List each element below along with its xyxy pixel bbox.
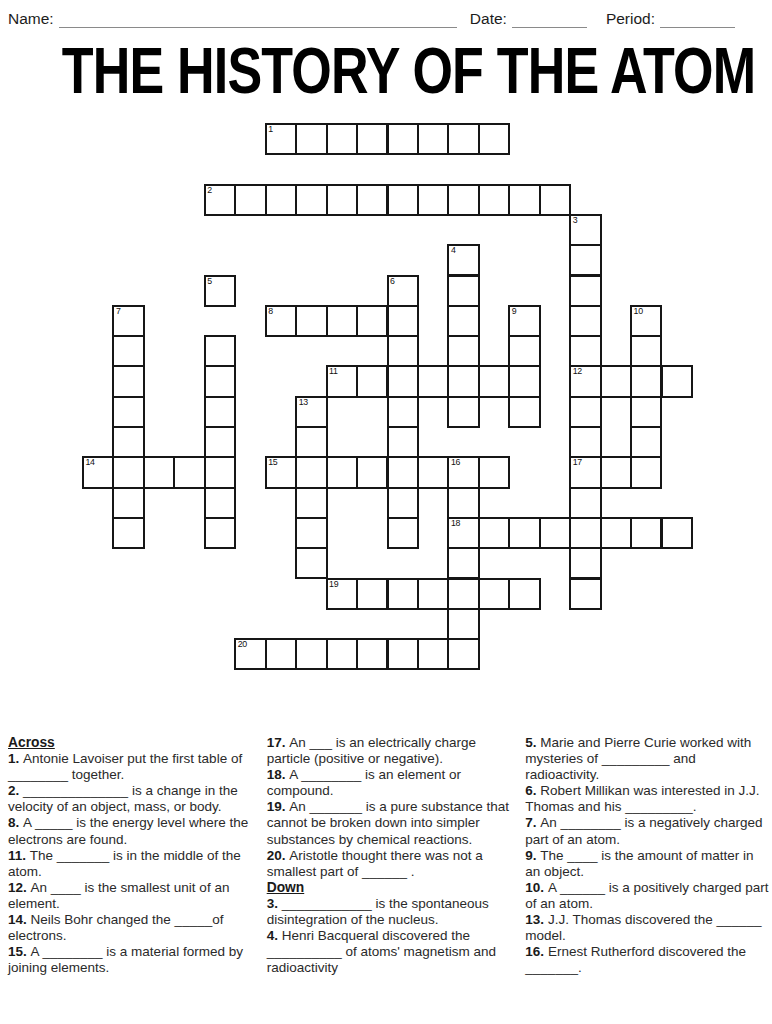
grid-cell-r13-c19[interactable] <box>661 517 693 549</box>
grid-cell-r13-c4[interactable] <box>204 517 236 549</box>
grid-cell-r13-c16[interactable] <box>569 517 601 549</box>
grid-cell-r9-c18[interactable] <box>630 396 662 428</box>
grid-cell-r0-c7[interactable] <box>295 123 327 155</box>
clue-number-label: 4. <box>267 928 282 943</box>
cell-number-19: 19 <box>329 579 338 589</box>
clue-number-label: 14. <box>8 912 31 927</box>
clue-1: 1. Antonie Lavoiser put the first table … <box>8 751 253 783</box>
grid-cell-r2-c13[interactable] <box>478 184 510 216</box>
grid-cell-r2-c8[interactable] <box>326 184 358 216</box>
grid-cell-r12-c4[interactable] <box>204 487 236 519</box>
grid-cell-r12-c16[interactable] <box>569 487 601 519</box>
clue-9: 9. The ____ is the amount of matter in a… <box>525 848 770 880</box>
cell-number-10: 10 <box>634 306 643 316</box>
grid-cell-r8-c1[interactable] <box>112 365 144 397</box>
grid-cell-r11-c2[interactable] <box>143 456 175 488</box>
worksheet-header: Name: Date: Period: <box>8 10 735 28</box>
grid-cell-r2-c4[interactable]: 2 <box>204 184 236 216</box>
grid-cell-r14-c7[interactable] <box>295 547 327 579</box>
cell-number-9: 9 <box>512 306 517 316</box>
grid-cell-r12-c1[interactable] <box>112 487 144 519</box>
grid-cell-r8-c12[interactable] <box>447 365 479 397</box>
grid-cell-r0-c10[interactable] <box>387 123 419 155</box>
clue-number-label: 1. <box>8 751 23 766</box>
grid-cell-r0-c11[interactable] <box>417 123 449 155</box>
name-label: Name: <box>8 10 59 28</box>
grid-cell-r10-c7[interactable] <box>295 426 327 458</box>
grid-cell-r10-c10[interactable] <box>387 426 419 458</box>
grid-cell-r2-c15[interactable] <box>539 184 571 216</box>
grid-cell-r11-c1[interactable] <box>112 456 144 488</box>
grid-cell-r11-c3[interactable] <box>173 456 205 488</box>
grid-cell-r15-c13[interactable] <box>478 578 510 610</box>
grid-cell-r9-c14[interactable] <box>508 396 540 428</box>
grid-cell-r0-c6[interactable]: 1 <box>265 123 297 155</box>
grid-cell-r2-c9[interactable] <box>356 184 388 216</box>
cell-number-3: 3 <box>573 215 578 225</box>
grid-cell-r0-c8[interactable] <box>326 123 358 155</box>
grid-cell-r8-c14[interactable] <box>508 365 540 397</box>
cell-number-18: 18 <box>451 518 460 528</box>
cell-number-6: 6 <box>390 276 395 286</box>
clue-column-3: 5. Marie and Pierre Curie worked with my… <box>525 735 770 976</box>
grid-cell-r17-c8[interactable] <box>326 638 358 670</box>
grid-cell-r6-c8[interactable] <box>326 305 358 337</box>
date-label: Date: <box>470 10 512 28</box>
grid-cell-r8-c17[interactable] <box>600 365 632 397</box>
clue-number-label: 17. <box>267 735 290 750</box>
grid-cell-r13-c10[interactable] <box>387 517 419 549</box>
grid-cell-r8-c4[interactable] <box>204 365 236 397</box>
grid-cell-r0-c13[interactable] <box>478 123 510 155</box>
clue-4: 4. Henri Bacqueral discovered the ______… <box>267 928 512 976</box>
cell-number-12: 12 <box>573 366 582 376</box>
clue-lists: Across1. Antonie Lavoiser put the first … <box>8 735 770 976</box>
grid-cell-r6-c16[interactable] <box>569 305 601 337</box>
cell-number-7: 7 <box>116 306 121 316</box>
crossword-grid: 1234567891011121314151617181920 <box>82 123 691 669</box>
grid-cell-r17-c10[interactable] <box>387 638 419 670</box>
grid-cell-r5-c10[interactable]: 6 <box>387 275 419 307</box>
grid-cell-r2-c11[interactable] <box>417 184 449 216</box>
grid-cell-r13-c15[interactable] <box>539 517 571 549</box>
grid-cell-r12-c7[interactable] <box>295 487 327 519</box>
clue-number-label: 6. <box>525 783 540 798</box>
cell-number-17: 17 <box>573 457 582 467</box>
clue-3: 3. ____________ is the spontaneous disin… <box>267 896 512 928</box>
grid-cell-r8-c9[interactable] <box>356 365 388 397</box>
grid-cell-r11-c17[interactable] <box>600 456 632 488</box>
grid-cell-r11-c13[interactable] <box>478 456 510 488</box>
clue-number-label: 2. <box>8 783 23 798</box>
clue-8: 8. A _____ is the energy level where the… <box>8 815 253 847</box>
grid-cell-r14-c12[interactable] <box>447 547 479 579</box>
cell-number-15: 15 <box>268 457 277 467</box>
grid-cell-r10-c16[interactable] <box>569 426 601 458</box>
clue-column-2: 17. An ___ is an electrically charge par… <box>267 735 512 976</box>
grid-cell-r2-c6[interactable] <box>265 184 297 216</box>
period-blank-line[interactable] <box>660 10 735 28</box>
grid-cell-r12-c10[interactable] <box>387 487 419 519</box>
grid-cell-r2-c10[interactable] <box>387 184 419 216</box>
grid-cell-r7-c18[interactable] <box>630 335 662 367</box>
grid-cell-r15-c16[interactable] <box>569 578 601 610</box>
grid-cell-r11-c11[interactable] <box>417 456 449 488</box>
clue-number-label: 5. <box>525 735 540 750</box>
grid-cell-r13-c12[interactable]: 18 <box>447 517 479 549</box>
clue-number-label: 8. <box>8 815 23 830</box>
grid-cell-r8-c10[interactable] <box>387 365 419 397</box>
clue-5: 5. Marie and Pierre Curie worked with my… <box>525 735 770 783</box>
grid-cell-r11-c9[interactable] <box>356 456 388 488</box>
clue-2: 2. ______________ is a change in the vel… <box>8 783 253 815</box>
clues-section-header-down: Down <box>267 880 512 896</box>
period-label: Period: <box>606 10 660 28</box>
clue-16: 16. Ernest Rutherford discovered the ___… <box>525 944 770 976</box>
grid-cell-r6-c14[interactable]: 9 <box>508 305 540 337</box>
clue-number-label: 3. <box>267 896 282 911</box>
grid-cell-r8-c19[interactable] <box>661 365 693 397</box>
clue-number-label: 10. <box>525 880 548 895</box>
grid-cell-r13-c17[interactable] <box>600 517 632 549</box>
grid-cell-r9-c7[interactable]: 13 <box>295 396 327 428</box>
grid-cell-r7-c12[interactable] <box>447 335 479 367</box>
grid-cell-r7-c1[interactable] <box>112 335 144 367</box>
cell-number-8: 8 <box>268 306 273 316</box>
grid-cell-r11-c12[interactable]: 16 <box>447 456 479 488</box>
grid-cell-r6-c10[interactable] <box>387 305 419 337</box>
grid-cell-r15-c11[interactable] <box>417 578 449 610</box>
grid-cell-r17-c5[interactable]: 20 <box>234 638 266 670</box>
grid-cell-r13-c7[interactable] <box>295 517 327 549</box>
grid-cell-r9-c1[interactable] <box>112 396 144 428</box>
name-blank-line[interactable] <box>59 10 457 28</box>
clue-12: 12. An ____ is the smallest unit of an e… <box>8 880 253 912</box>
grid-cell-r15-c14[interactable] <box>508 578 540 610</box>
clue-number-label: 7. <box>525 815 540 830</box>
clue-13: 13. J.J. Thomas discovered the ______ mo… <box>525 912 770 944</box>
grid-cell-r10-c18[interactable] <box>630 426 662 458</box>
grid-cell-r4-c12[interactable]: 4 <box>447 244 479 276</box>
grid-cell-r9-c4[interactable] <box>204 396 236 428</box>
cell-number-16: 16 <box>451 457 460 467</box>
grid-cell-r5-c4[interactable]: 5 <box>204 275 236 307</box>
grid-cell-r2-c14[interactable] <box>508 184 540 216</box>
cell-number-20: 20 <box>238 639 247 649</box>
grid-cell-r11-c10[interactable] <box>387 456 419 488</box>
grid-cell-r9-c10[interactable] <box>387 396 419 428</box>
clue-6: 6. Robert Millikan was interested in J.J… <box>525 783 770 815</box>
clue-17: 17. An ___ is an electrically charge par… <box>267 735 512 767</box>
clue-number-label: 16. <box>525 944 548 959</box>
cell-number-5: 5 <box>207 276 212 286</box>
clue-7: 7. An ________ is a negatively charged p… <box>525 815 770 847</box>
grid-cell-r7-c14[interactable] <box>508 335 540 367</box>
grid-cell-r7-c4[interactable] <box>204 335 236 367</box>
grid-cell-r11-c16[interactable]: 17 <box>569 456 601 488</box>
grid-cell-r2-c7[interactable] <box>295 184 327 216</box>
clue-14: 14. Neils Bohr changed the _____of elect… <box>8 912 253 944</box>
grid-cell-r2-c5[interactable] <box>234 184 266 216</box>
grid-cell-r11-c18[interactable] <box>630 456 662 488</box>
grid-cell-r11-c8[interactable] <box>326 456 358 488</box>
clue-19: 19. An _______ is a pure substance that … <box>267 799 512 847</box>
clue-column-1: Across1. Antonie Lavoiser put the first … <box>8 735 253 976</box>
grid-cell-r11-c7[interactable] <box>295 456 327 488</box>
grid-cell-r9-c12[interactable] <box>447 396 479 428</box>
cell-number-14: 14 <box>86 457 95 467</box>
grid-cell-r16-c12[interactable] <box>447 608 479 640</box>
clue-number-label: 15. <box>8 944 31 959</box>
clue-number-label: 12. <box>8 880 31 895</box>
cell-number-1: 1 <box>268 124 273 134</box>
grid-cell-r13-c14[interactable] <box>508 517 540 549</box>
page-title: THE HISTORY OF THE ATOM <box>62 35 710 108</box>
grid-cell-r12-c12[interactable] <box>447 487 479 519</box>
grid-cell-r6-c18[interactable]: 10 <box>630 305 662 337</box>
grid-cell-r5-c16[interactable] <box>569 275 601 307</box>
grid-cell-r11-c4[interactable] <box>204 456 236 488</box>
clues-section-header-across: Across <box>8 735 253 751</box>
grid-cell-r17-c6[interactable] <box>265 638 297 670</box>
clue-number-label: 13. <box>525 912 548 927</box>
grid-cell-r6-c9[interactable] <box>356 305 388 337</box>
grid-cell-r13-c13[interactable] <box>478 517 510 549</box>
grid-cell-r11-c6[interactable]: 15 <box>265 456 297 488</box>
grid-cell-r2-c12[interactable] <box>447 184 479 216</box>
grid-cell-r6-c1[interactable]: 7 <box>112 305 144 337</box>
grid-cell-r3-c16[interactable]: 3 <box>569 214 601 246</box>
clue-11: 11. The _______ is in the middle of the … <box>8 848 253 880</box>
grid-cell-r15-c12[interactable] <box>447 578 479 610</box>
grid-cell-r0-c9[interactable] <box>356 123 388 155</box>
grid-cell-r17-c12[interactable] <box>447 638 479 670</box>
grid-cell-r4-c16[interactable] <box>569 244 601 276</box>
grid-cell-r17-c7[interactable] <box>295 638 327 670</box>
clue-18: 18. A ________ is an element or compound… <box>267 767 512 799</box>
grid-cell-r15-c8[interactable]: 19 <box>326 578 358 610</box>
grid-cell-r5-c12[interactable] <box>447 275 479 307</box>
grid-cell-r8-c18[interactable] <box>630 365 662 397</box>
grid-cell-r13-c18[interactable] <box>630 517 662 549</box>
grid-cell-r8-c8[interactable]: 11 <box>326 365 358 397</box>
date-blank-line[interactable] <box>512 10 587 28</box>
clue-number-label: 20. <box>267 848 290 863</box>
cell-number-13: 13 <box>299 397 308 407</box>
grid-cell-r8-c11[interactable] <box>417 365 449 397</box>
grid-cell-r15-c9[interactable] <box>356 578 388 610</box>
grid-cell-r9-c16[interactable] <box>569 396 601 428</box>
grid-cell-r0-c12[interactable] <box>447 123 479 155</box>
clue-20: 20. Aristotle thought there was not a sm… <box>267 848 512 880</box>
clue-10: 10. A ______ is a positively charged par… <box>525 880 770 912</box>
grid-cell-r17-c9[interactable] <box>356 638 388 670</box>
grid-cell-r17-c11[interactable] <box>417 638 449 670</box>
grid-cell-r8-c16[interactable]: 12 <box>569 365 601 397</box>
grid-cell-r7-c16[interactable] <box>569 335 601 367</box>
grid-cell-r8-c13[interactable] <box>478 365 510 397</box>
clue-15: 15. A ________ is a material formed by j… <box>8 944 253 976</box>
grid-cell-r6-c7[interactable] <box>295 305 327 337</box>
grid-cell-r10-c1[interactable] <box>112 426 144 458</box>
grid-cell-r14-c16[interactable] <box>569 547 601 579</box>
clue-number-label: 18. <box>267 767 290 782</box>
grid-cell-r6-c6[interactable]: 8 <box>265 305 297 337</box>
grid-cell-r10-c4[interactable] <box>204 426 236 458</box>
clue-number-label: 19. <box>267 799 290 814</box>
grid-cell-r7-c10[interactable] <box>387 335 419 367</box>
clue-number-label: 11. <box>8 848 30 863</box>
cell-number-2: 2 <box>207 185 212 195</box>
grid-cell-r11-c0[interactable]: 14 <box>82 456 114 488</box>
grid-cell-r6-c12[interactable] <box>447 305 479 337</box>
clue-number-label: 9. <box>525 848 540 863</box>
cell-number-4: 4 <box>451 245 456 255</box>
cell-number-11: 11 <box>329 366 338 376</box>
grid-cell-r15-c10[interactable] <box>387 578 419 610</box>
grid-cell-r13-c1[interactable] <box>112 517 144 549</box>
